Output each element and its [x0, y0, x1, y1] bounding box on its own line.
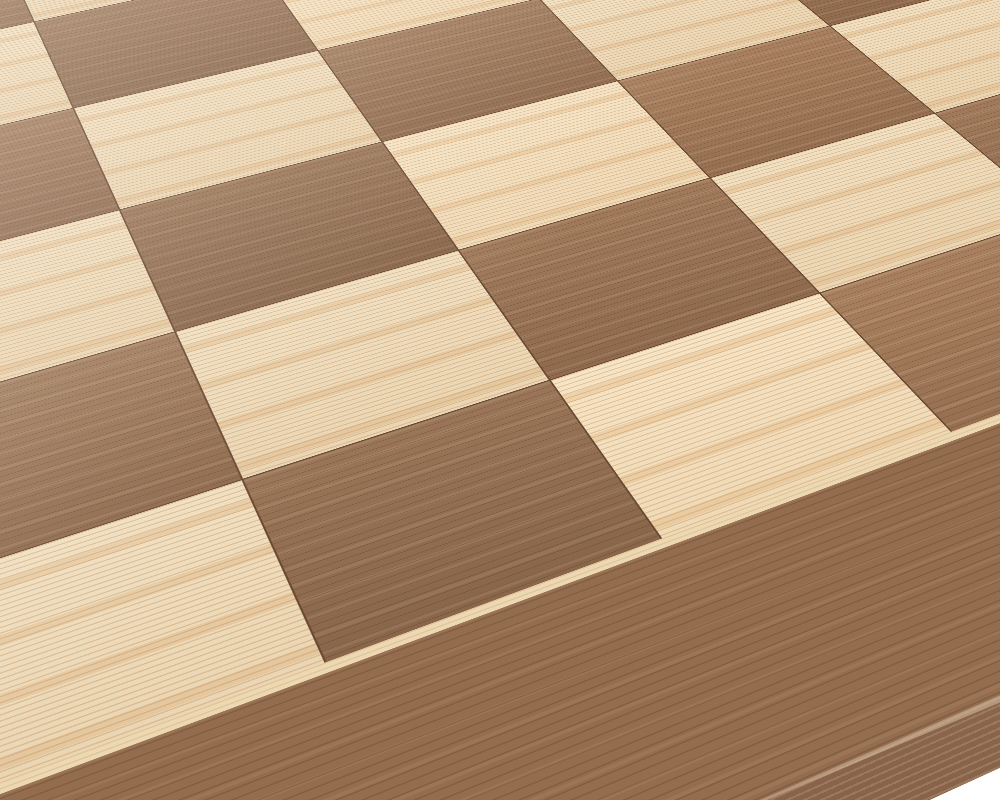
chess-board-frame — [0, 0, 1000, 800]
chessboard-photo — [0, 0, 1000, 800]
maple-border-line — [0, 0, 1000, 800]
playing-area — [0, 0, 1000, 800]
